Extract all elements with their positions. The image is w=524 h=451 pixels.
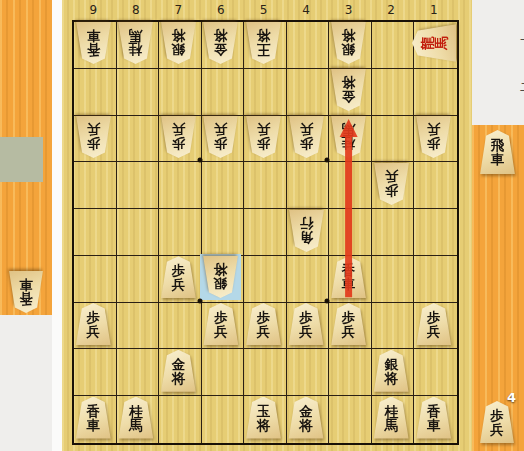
- shogi-piece-sente[interactable]: 歩兵: [202, 303, 239, 345]
- board-cell[interactable]: [372, 116, 415, 163]
- board-cell[interactable]: [329, 209, 372, 256]
- board-cell[interactable]: [202, 162, 245, 209]
- board-cell[interactable]: [287, 69, 330, 116]
- board-cell[interactable]: [244, 69, 287, 116]
- star-point: [325, 298, 330, 303]
- shogi-piece-sente[interactable]: 龍馬: [412, 23, 456, 63]
- board-cell[interactable]: [329, 396, 372, 443]
- board-cell[interactable]: [74, 349, 117, 396]
- shogi-piece-sente[interactable]: 飛車: [479, 130, 516, 174]
- gote-hand-empty-slot[interactable]: [0, 137, 43, 182]
- board-cell[interactable]: [287, 256, 330, 303]
- rank-label: 一: [518, 33, 524, 48]
- board-cell[interactable]: [117, 116, 160, 163]
- shogi-piece-gote[interactable]: 銀将: [160, 22, 197, 64]
- board-cell[interactable]: [414, 69, 457, 116]
- gote-captured-tray: [0, 0, 52, 315]
- board-cell[interactable]: [117, 209, 160, 256]
- board-cell[interactable]: [372, 303, 415, 350]
- shogi-piece-sente[interactable]: 歩兵: [245, 303, 282, 345]
- board-cell[interactable]: [117, 162, 160, 209]
- board-cell[interactable]: [287, 349, 330, 396]
- board-cell[interactable]: [74, 69, 117, 116]
- star-point: [197, 158, 202, 163]
- board-cell[interactable]: [117, 256, 160, 303]
- shogi-piece-gote[interactable]: 歩兵: [202, 116, 239, 158]
- board-cell[interactable]: [414, 209, 457, 256]
- shogi-piece-sente[interactable]: 香車: [330, 256, 367, 298]
- file-label: 2: [370, 3, 413, 17]
- shogi-piece-gote[interactable]: 歩兵: [373, 163, 410, 205]
- shogi-piece-gote[interactable]: 金将: [202, 22, 239, 64]
- file-label: 7: [157, 3, 200, 17]
- shogi-piece-gote[interactable]: 銀将: [202, 256, 239, 298]
- shogi-piece-sente[interactable]: 玉将: [245, 397, 282, 439]
- file-label: 3: [327, 3, 370, 17]
- shogi-piece-sente[interactable]: 歩兵: [288, 303, 325, 345]
- shogi-piece-sente[interactable]: 歩兵: [330, 303, 367, 345]
- board-cell[interactable]: [329, 349, 372, 396]
- board-cell[interactable]: [117, 349, 160, 396]
- board-cell[interactable]: [202, 349, 245, 396]
- board-cell[interactable]: [244, 256, 287, 303]
- file-label: 6: [200, 3, 243, 17]
- shogi-piece-gote[interactable]: 桂馬: [117, 22, 154, 64]
- shogi-piece-gote[interactable]: 歩兵: [75, 116, 112, 158]
- board-cell[interactable]: [244, 209, 287, 256]
- shogi-piece-sente[interactable]: 金将: [160, 350, 197, 392]
- shogi-piece-sente[interactable]: 歩兵: [415, 303, 452, 345]
- board-cell[interactable]: [287, 162, 330, 209]
- shogi-piece-sente[interactable]: 桂馬: [117, 397, 154, 439]
- star-point: [197, 298, 202, 303]
- shogi-piece-gote[interactable]: 歩兵: [160, 116, 197, 158]
- board-cell[interactable]: [117, 303, 160, 350]
- shogi-piece-sente[interactable]: 歩兵: [75, 303, 112, 345]
- shogi-app: 987654321 一二三四五六七八九 香車桂馬銀将金将王将銀将龍馬金将歩兵歩兵…: [0, 0, 524, 451]
- board-cell[interactable]: [329, 162, 372, 209]
- board-cell[interactable]: [159, 303, 202, 350]
- shogi-piece-gote[interactable]: 銀将: [330, 22, 367, 64]
- board-cell[interactable]: [74, 256, 117, 303]
- rank-label: 二: [518, 80, 524, 95]
- board-cell[interactable]: [159, 69, 202, 116]
- board-cell[interactable]: [414, 162, 457, 209]
- file-label: 5: [242, 3, 285, 17]
- board-cell[interactable]: [202, 396, 245, 443]
- board-cell[interactable]: [372, 22, 415, 69]
- shogi-piece-gote[interactable]: 歩兵: [415, 116, 452, 158]
- board-cell[interactable]: [202, 69, 245, 116]
- shogi-piece-gote[interactable]: 角行: [288, 210, 325, 252]
- board-cell[interactable]: [372, 256, 415, 303]
- shogi-piece-sente[interactable]: 銀将: [373, 350, 410, 392]
- board-cell[interactable]: [372, 209, 415, 256]
- board-cell[interactable]: [287, 22, 330, 69]
- shogi-piece-sente[interactable]: 歩兵: [479, 401, 515, 443]
- divider-strip: [52, 0, 62, 451]
- shogi-piece-gote[interactable]: 香車: [75, 22, 112, 64]
- file-label: 1: [412, 3, 455, 17]
- file-label: 4: [285, 3, 328, 17]
- board-cell[interactable]: [244, 349, 287, 396]
- shogi-piece-sente[interactable]: 桂馬: [373, 397, 410, 439]
- shogi-piece-gote[interactable]: 歩兵: [288, 116, 325, 158]
- board-cell[interactable]: [159, 162, 202, 209]
- board-cell[interactable]: [414, 256, 457, 303]
- board-cell[interactable]: [74, 209, 117, 256]
- shogi-piece-sente[interactable]: 金将: [288, 397, 325, 439]
- board-cell[interactable]: [202, 209, 245, 256]
- star-point: [325, 158, 330, 163]
- board-cell[interactable]: [244, 162, 287, 209]
- board-cell[interactable]: [414, 349, 457, 396]
- file-label: 8: [115, 3, 158, 17]
- file-label: 9: [72, 3, 115, 17]
- shogi-piece-sente[interactable]: 香車: [415, 397, 452, 439]
- board-cell[interactable]: [372, 69, 415, 116]
- shogi-piece-sente[interactable]: 歩兵: [160, 256, 197, 298]
- shogi-piece-gote[interactable]: 桂馬: [330, 116, 367, 158]
- hand-pawn-count: 4: [507, 390, 516, 405]
- shogi-piece-sente[interactable]: 香車: [75, 397, 112, 439]
- board-cell[interactable]: [117, 69, 160, 116]
- board-cell[interactable]: [74, 162, 117, 209]
- shogi-piece-gote[interactable]: 王将: [245, 22, 282, 64]
- shogi-piece-gote[interactable]: 金将: [330, 69, 367, 111]
- board-cell[interactable]: [159, 209, 202, 256]
- shogi-piece-gote[interactable]: 香車: [8, 271, 44, 313]
- shogi-piece-gote[interactable]: 歩兵: [245, 116, 282, 158]
- board-cell[interactable]: [159, 396, 202, 443]
